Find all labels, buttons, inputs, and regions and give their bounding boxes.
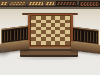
piece-slot (19, 29, 21, 39)
piece-slot (86, 31, 88, 41)
piece-slot (22, 29, 24, 39)
chess-board-squares (31, 16, 70, 45)
piece-slot (95, 32, 97, 42)
base-shadow (18, 56, 80, 59)
background-board (45, 1, 55, 6)
piece-slot (3, 31, 5, 41)
piece-slot (82, 30, 84, 40)
piece-slot (76, 30, 78, 40)
piece-slot (25, 28, 27, 38)
piece-slot (73, 29, 75, 39)
background-board (79, 1, 100, 7)
piece-slot (9, 30, 11, 40)
background-shelf (0, 0, 100, 9)
photo-scene (0, 0, 100, 75)
piece-slot (16, 29, 18, 39)
piece-slot (92, 32, 94, 42)
piece-slot (12, 30, 14, 40)
piece-slot (6, 31, 8, 41)
floor-shadow (0, 44, 12, 58)
piece-slot (79, 30, 81, 40)
piece-slot (89, 31, 91, 41)
chess-board (28, 13, 73, 48)
board-square[interactable] (65, 41, 70, 45)
background-board (28, 1, 44, 6)
background-board (56, 1, 77, 6)
background-board (0, 1, 8, 6)
background-board (9, 1, 26, 7)
